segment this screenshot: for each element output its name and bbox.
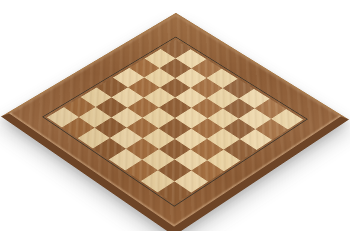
chess-board xyxy=(1,12,349,231)
inlay-line xyxy=(42,36,308,206)
board-grid xyxy=(47,39,303,203)
photo-background xyxy=(0,0,350,231)
board-frame xyxy=(1,12,349,231)
perspective-scene xyxy=(0,0,350,231)
